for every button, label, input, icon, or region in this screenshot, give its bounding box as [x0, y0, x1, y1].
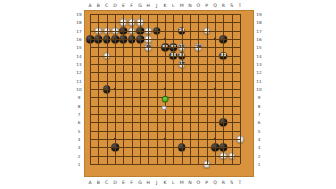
column-label-bottom: T — [239, 180, 242, 185]
grid-line-vertical — [173, 14, 174, 164]
column-label-bottom: O — [197, 180, 201, 185]
row-label-left: 13 — [76, 61, 81, 66]
row-label-right: 1 — [258, 161, 261, 166]
column-label-top: N — [188, 3, 191, 8]
column-label-bottom: L — [172, 180, 175, 185]
grid-line-horizontal — [90, 114, 240, 115]
row-label-left: 5 — [78, 128, 81, 133]
column-label-bottom: D — [113, 180, 117, 185]
row-label-right: 3 — [258, 145, 261, 150]
row-label-left: 17 — [76, 28, 81, 33]
column-label-bottom: J — [156, 180, 157, 185]
row-label-right: 5 — [258, 128, 261, 133]
row-label-right: 18 — [256, 20, 261, 25]
row-label-right: 4 — [258, 136, 261, 141]
column-label-bottom: E — [122, 180, 125, 185]
go-app-window: 28353432312933363037 AABBCCDDEEFFGGHHJJK… — [0, 0, 336, 189]
column-label-top: P — [205, 3, 208, 8]
column-label-top: H — [147, 3, 150, 8]
column-label-bottom: C — [105, 180, 108, 185]
row-label-right: 11 — [256, 78, 261, 83]
column-label-top: M — [180, 3, 184, 8]
row-label-right: 10 — [256, 86, 261, 91]
grid-line-vertical — [240, 14, 241, 164]
column-label-top: R — [222, 3, 225, 8]
row-label-left: 2 — [78, 153, 81, 158]
row-label-left: 14 — [76, 53, 81, 58]
grid-line-vertical — [198, 14, 199, 164]
column-label-bottom: A — [88, 180, 91, 185]
column-label-bottom: P — [205, 180, 208, 185]
row-label-left: 8 — [78, 103, 81, 108]
grid-line-vertical — [232, 14, 233, 164]
row-label-right: 6 — [258, 120, 261, 125]
row-label-right: 19 — [256, 12, 261, 17]
grid-line-vertical — [190, 14, 191, 164]
row-label-right: 2 — [258, 153, 261, 158]
row-label-left: 7 — [78, 111, 81, 116]
column-label-top: F — [130, 3, 133, 8]
column-label-top: E — [122, 3, 125, 8]
analysis-marker-green[interactable] — [162, 96, 169, 103]
row-label-left: 4 — [78, 136, 81, 141]
row-label-left: 15 — [76, 45, 81, 50]
row-label-right: 12 — [256, 70, 261, 75]
column-label-top: G — [138, 3, 142, 8]
column-label-top: J — [156, 3, 157, 8]
grid-line-horizontal — [90, 147, 240, 148]
row-label-right: 17 — [256, 28, 261, 33]
column-label-top: A — [88, 3, 91, 8]
grid-line-horizontal — [90, 131, 240, 132]
column-label-bottom: F — [130, 180, 133, 185]
analysis-marker-tag — [162, 105, 167, 109]
row-label-left: 19 — [76, 12, 81, 17]
grid-line-vertical — [182, 14, 183, 164]
row-label-left: 10 — [76, 86, 81, 91]
row-label-right: 7 — [258, 111, 261, 116]
column-label-bottom: H — [147, 180, 150, 185]
row-label-left: 1 — [78, 161, 81, 166]
row-label-left: 9 — [78, 95, 81, 100]
column-label-bottom: K — [163, 180, 166, 185]
column-label-top: S — [230, 3, 233, 8]
grid-line-vertical — [207, 14, 208, 164]
row-label-left: 6 — [78, 120, 81, 125]
column-label-bottom: N — [188, 180, 191, 185]
grid-line-horizontal — [90, 164, 240, 165]
column-label-top: Q — [213, 3, 217, 8]
row-label-left: 3 — [78, 145, 81, 150]
column-label-top: D — [113, 3, 117, 8]
column-label-bottom: G — [138, 180, 142, 185]
row-label-right: 13 — [256, 61, 261, 66]
row-label-right: 9 — [258, 95, 261, 100]
column-label-top: B — [97, 3, 100, 8]
column-label-bottom: R — [222, 180, 225, 185]
row-label-right: 15 — [256, 45, 261, 50]
column-label-top: O — [197, 3, 201, 8]
column-label-bottom: Q — [213, 180, 217, 185]
column-label-bottom: S — [230, 180, 233, 185]
row-label-left: 18 — [76, 20, 81, 25]
grid-line-horizontal — [90, 122, 240, 123]
column-label-top: C — [105, 3, 108, 8]
column-label-bottom: B — [97, 180, 100, 185]
row-label-left: 11 — [76, 78, 81, 83]
grid-line-vertical — [223, 14, 224, 164]
row-label-right: 16 — [256, 36, 261, 41]
column-label-top: T — [239, 3, 242, 8]
row-label-left: 16 — [76, 36, 81, 41]
row-label-left: 12 — [76, 70, 81, 75]
row-label-right: 14 — [256, 53, 261, 58]
column-label-top: L — [172, 3, 175, 8]
column-label-bottom: M — [180, 180, 184, 185]
row-label-right: 8 — [258, 103, 261, 108]
column-label-top: K — [163, 3, 166, 8]
grid-line-horizontal — [90, 156, 240, 157]
